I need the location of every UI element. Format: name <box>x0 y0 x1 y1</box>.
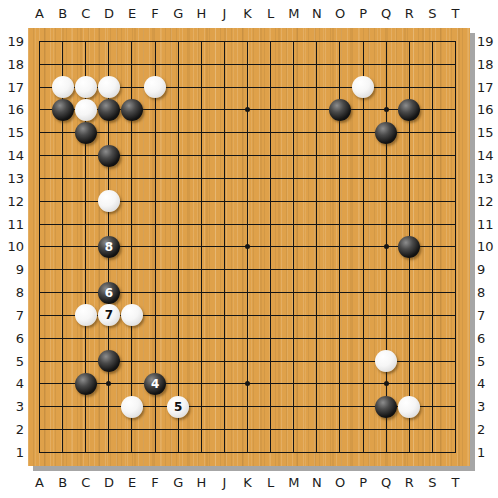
intersection-L19[interactable] <box>259 30 282 53</box>
intersection-D18[interactable] <box>97 53 120 76</box>
intersection-E16[interactable] <box>120 98 143 121</box>
intersection-H4[interactable] <box>190 372 213 395</box>
intersection-C4[interactable] <box>74 372 97 395</box>
intersection-R15[interactable] <box>398 121 421 144</box>
intersection-F9[interactable] <box>144 258 167 281</box>
intersection-G11[interactable] <box>167 213 190 236</box>
intersection-G16[interactable] <box>167 98 190 121</box>
intersection-Q16[interactable] <box>375 98 398 121</box>
intersection-S5[interactable] <box>421 350 444 373</box>
intersection-F1[interactable] <box>144 441 167 464</box>
intersection-Q3[interactable] <box>375 395 398 418</box>
intersection-Q2[interactable] <box>375 418 398 441</box>
intersection-L10[interactable] <box>259 235 282 258</box>
intersection-K8[interactable] <box>236 281 259 304</box>
intersection-O10[interactable] <box>328 235 351 258</box>
intersection-Q1[interactable] <box>375 441 398 464</box>
intersection-E17[interactable] <box>120 76 143 99</box>
intersection-S13[interactable] <box>421 167 444 190</box>
intersection-G8[interactable] <box>167 281 190 304</box>
intersection-O11[interactable] <box>328 213 351 236</box>
intersection-A19[interactable] <box>28 30 51 53</box>
intersection-N14[interactable] <box>305 144 328 167</box>
intersection-N1[interactable] <box>305 441 328 464</box>
intersection-D5[interactable] <box>97 350 120 373</box>
intersection-N12[interactable] <box>305 190 328 213</box>
intersection-C11[interactable] <box>74 213 97 236</box>
intersection-O12[interactable] <box>328 190 351 213</box>
intersection-M19[interactable] <box>282 30 305 53</box>
intersection-D3[interactable] <box>97 395 120 418</box>
intersection-N5[interactable] <box>305 350 328 373</box>
intersection-T4[interactable] <box>444 372 467 395</box>
intersection-P6[interactable] <box>352 327 375 350</box>
intersection-H8[interactable] <box>190 281 213 304</box>
intersection-J17[interactable] <box>213 76 236 99</box>
intersection-K1[interactable] <box>236 441 259 464</box>
intersection-T11[interactable] <box>444 213 467 236</box>
intersection-K15[interactable] <box>236 121 259 144</box>
intersection-J14[interactable] <box>213 144 236 167</box>
intersection-A8[interactable] <box>28 281 51 304</box>
intersection-Q14[interactable] <box>375 144 398 167</box>
intersection-B7[interactable] <box>51 304 74 327</box>
intersection-O6[interactable] <box>328 327 351 350</box>
intersection-B9[interactable] <box>51 258 74 281</box>
intersection-L9[interactable] <box>259 258 282 281</box>
intersection-M16[interactable] <box>282 98 305 121</box>
intersection-D1[interactable] <box>97 441 120 464</box>
intersection-R17[interactable] <box>398 76 421 99</box>
intersection-Q7[interactable] <box>375 304 398 327</box>
intersection-T14[interactable] <box>444 144 467 167</box>
intersection-K19[interactable] <box>236 30 259 53</box>
intersection-H6[interactable] <box>190 327 213 350</box>
intersection-Q11[interactable] <box>375 213 398 236</box>
intersection-N19[interactable] <box>305 30 328 53</box>
intersection-O19[interactable] <box>328 30 351 53</box>
intersection-H5[interactable] <box>190 350 213 373</box>
intersection-L5[interactable] <box>259 350 282 373</box>
intersection-O18[interactable] <box>328 53 351 76</box>
intersection-R2[interactable] <box>398 418 421 441</box>
intersection-S1[interactable] <box>421 441 444 464</box>
intersection-M14[interactable] <box>282 144 305 167</box>
intersection-G6[interactable] <box>167 327 190 350</box>
intersection-M13[interactable] <box>282 167 305 190</box>
intersection-E5[interactable] <box>120 350 143 373</box>
intersection-Q8[interactable] <box>375 281 398 304</box>
intersection-B4[interactable] <box>51 372 74 395</box>
intersection-T15[interactable] <box>444 121 467 144</box>
intersection-O14[interactable] <box>328 144 351 167</box>
intersection-E18[interactable] <box>120 53 143 76</box>
intersection-S3[interactable] <box>421 395 444 418</box>
intersection-A9[interactable] <box>28 258 51 281</box>
intersection-O5[interactable] <box>328 350 351 373</box>
intersection-T13[interactable] <box>444 167 467 190</box>
intersection-F6[interactable] <box>144 327 167 350</box>
intersection-T8[interactable] <box>444 281 467 304</box>
intersection-A3[interactable] <box>28 395 51 418</box>
intersection-B16[interactable] <box>51 98 74 121</box>
intersection-F12[interactable] <box>144 190 167 213</box>
intersection-K18[interactable] <box>236 53 259 76</box>
intersection-K7[interactable] <box>236 304 259 327</box>
intersection-B12[interactable] <box>51 190 74 213</box>
intersection-N4[interactable] <box>305 372 328 395</box>
intersection-H14[interactable] <box>190 144 213 167</box>
intersection-L18[interactable] <box>259 53 282 76</box>
intersection-E8[interactable] <box>120 281 143 304</box>
intersection-F13[interactable] <box>144 167 167 190</box>
intersection-B18[interactable] <box>51 53 74 76</box>
intersection-J2[interactable] <box>213 418 236 441</box>
intersection-E7[interactable] <box>120 304 143 327</box>
intersection-E3[interactable] <box>120 395 143 418</box>
intersection-D10[interactable]: 8 <box>97 235 120 258</box>
intersection-J19[interactable] <box>213 30 236 53</box>
intersection-R11[interactable] <box>398 213 421 236</box>
intersection-M8[interactable] <box>282 281 305 304</box>
intersection-J12[interactable] <box>213 190 236 213</box>
intersection-H13[interactable] <box>190 167 213 190</box>
intersection-P4[interactable] <box>352 372 375 395</box>
intersection-H19[interactable] <box>190 30 213 53</box>
intersection-T5[interactable] <box>444 350 467 373</box>
intersection-A15[interactable] <box>28 121 51 144</box>
intersection-N13[interactable] <box>305 167 328 190</box>
intersection-N6[interactable] <box>305 327 328 350</box>
intersection-Q6[interactable] <box>375 327 398 350</box>
intersection-G4[interactable] <box>167 372 190 395</box>
intersection-D14[interactable] <box>97 144 120 167</box>
intersection-S10[interactable] <box>421 235 444 258</box>
intersection-G18[interactable] <box>167 53 190 76</box>
intersection-R8[interactable] <box>398 281 421 304</box>
intersection-B5[interactable] <box>51 350 74 373</box>
intersection-L7[interactable] <box>259 304 282 327</box>
intersection-F3[interactable] <box>144 395 167 418</box>
intersection-J7[interactable] <box>213 304 236 327</box>
intersection-D11[interactable] <box>97 213 120 236</box>
intersection-Q19[interactable] <box>375 30 398 53</box>
intersection-M6[interactable] <box>282 327 305 350</box>
intersection-L2[interactable] <box>259 418 282 441</box>
intersection-S8[interactable] <box>421 281 444 304</box>
intersection-R12[interactable] <box>398 190 421 213</box>
intersection-D4[interactable] <box>97 372 120 395</box>
intersection-C9[interactable] <box>74 258 97 281</box>
intersection-G2[interactable] <box>167 418 190 441</box>
intersection-T6[interactable] <box>444 327 467 350</box>
intersection-H15[interactable] <box>190 121 213 144</box>
intersection-C16[interactable] <box>74 98 97 121</box>
intersection-F10[interactable] <box>144 235 167 258</box>
intersection-S18[interactable] <box>421 53 444 76</box>
intersection-C17[interactable] <box>74 76 97 99</box>
intersection-T7[interactable] <box>444 304 467 327</box>
intersection-P8[interactable] <box>352 281 375 304</box>
intersection-C5[interactable] <box>74 350 97 373</box>
intersection-H7[interactable] <box>190 304 213 327</box>
intersection-K14[interactable] <box>236 144 259 167</box>
intersection-K10[interactable] <box>236 235 259 258</box>
intersection-N9[interactable] <box>305 258 328 281</box>
intersection-R18[interactable] <box>398 53 421 76</box>
intersection-B2[interactable] <box>51 418 74 441</box>
intersection-G14[interactable] <box>167 144 190 167</box>
intersection-Q5[interactable] <box>375 350 398 373</box>
intersection-P17[interactable] <box>352 76 375 99</box>
intersection-B8[interactable] <box>51 281 74 304</box>
intersection-Q10[interactable] <box>375 235 398 258</box>
intersection-E4[interactable] <box>120 372 143 395</box>
intersection-M2[interactable] <box>282 418 305 441</box>
intersection-P9[interactable] <box>352 258 375 281</box>
intersection-T9[interactable] <box>444 258 467 281</box>
intersection-G9[interactable] <box>167 258 190 281</box>
intersection-E9[interactable] <box>120 258 143 281</box>
intersection-M11[interactable] <box>282 213 305 236</box>
intersection-T3[interactable] <box>444 395 467 418</box>
intersection-A10[interactable] <box>28 235 51 258</box>
intersection-C14[interactable] <box>74 144 97 167</box>
intersection-H9[interactable] <box>190 258 213 281</box>
intersection-J13[interactable] <box>213 167 236 190</box>
intersection-M7[interactable] <box>282 304 305 327</box>
intersection-R3[interactable] <box>398 395 421 418</box>
intersection-H16[interactable] <box>190 98 213 121</box>
intersection-D12[interactable] <box>97 190 120 213</box>
intersection-L6[interactable] <box>259 327 282 350</box>
intersection-K13[interactable] <box>236 167 259 190</box>
intersection-D19[interactable] <box>97 30 120 53</box>
intersection-T19[interactable] <box>444 30 467 53</box>
intersection-N15[interactable] <box>305 121 328 144</box>
intersection-L13[interactable] <box>259 167 282 190</box>
intersection-G15[interactable] <box>167 121 190 144</box>
intersection-N17[interactable] <box>305 76 328 99</box>
intersection-P16[interactable] <box>352 98 375 121</box>
intersection-P10[interactable] <box>352 235 375 258</box>
intersection-M10[interactable] <box>282 235 305 258</box>
intersection-E11[interactable] <box>120 213 143 236</box>
intersection-S9[interactable] <box>421 258 444 281</box>
intersection-J8[interactable] <box>213 281 236 304</box>
intersection-B3[interactable] <box>51 395 74 418</box>
intersection-H2[interactable] <box>190 418 213 441</box>
intersection-B15[interactable] <box>51 121 74 144</box>
intersection-J18[interactable] <box>213 53 236 76</box>
intersection-S19[interactable] <box>421 30 444 53</box>
intersection-R10[interactable] <box>398 235 421 258</box>
intersection-H17[interactable] <box>190 76 213 99</box>
intersection-C8[interactable] <box>74 281 97 304</box>
intersection-C15[interactable] <box>74 121 97 144</box>
intersection-K16[interactable] <box>236 98 259 121</box>
intersection-N10[interactable] <box>305 235 328 258</box>
intersection-B1[interactable] <box>51 441 74 464</box>
intersection-M17[interactable] <box>282 76 305 99</box>
intersection-J5[interactable] <box>213 350 236 373</box>
intersection-D6[interactable] <box>97 327 120 350</box>
intersection-F8[interactable] <box>144 281 167 304</box>
intersection-F4[interactable]: 4 <box>144 372 167 395</box>
intersection-D15[interactable] <box>97 121 120 144</box>
intersection-G12[interactable] <box>167 190 190 213</box>
intersection-C1[interactable] <box>74 441 97 464</box>
intersection-D17[interactable] <box>97 76 120 99</box>
intersection-Q17[interactable] <box>375 76 398 99</box>
intersection-T10[interactable] <box>444 235 467 258</box>
intersection-E10[interactable] <box>120 235 143 258</box>
intersection-M18[interactable] <box>282 53 305 76</box>
intersection-E6[interactable] <box>120 327 143 350</box>
intersection-O15[interactable] <box>328 121 351 144</box>
intersection-O13[interactable] <box>328 167 351 190</box>
intersection-M4[interactable] <box>282 372 305 395</box>
intersection-G7[interactable] <box>167 304 190 327</box>
intersection-N2[interactable] <box>305 418 328 441</box>
intersection-A11[interactable] <box>28 213 51 236</box>
intersection-O2[interactable] <box>328 418 351 441</box>
intersection-S14[interactable] <box>421 144 444 167</box>
intersection-N18[interactable] <box>305 53 328 76</box>
intersection-K2[interactable] <box>236 418 259 441</box>
intersection-R14[interactable] <box>398 144 421 167</box>
intersection-F17[interactable] <box>144 76 167 99</box>
intersection-A13[interactable] <box>28 167 51 190</box>
intersection-C13[interactable] <box>74 167 97 190</box>
intersection-G3[interactable]: 5 <box>167 395 190 418</box>
intersection-P11[interactable] <box>352 213 375 236</box>
intersection-C10[interactable] <box>74 235 97 258</box>
intersection-M12[interactable] <box>282 190 305 213</box>
intersection-B11[interactable] <box>51 213 74 236</box>
intersection-P12[interactable] <box>352 190 375 213</box>
intersection-S4[interactable] <box>421 372 444 395</box>
intersection-O3[interactable] <box>328 395 351 418</box>
intersection-C7[interactable] <box>74 304 97 327</box>
intersection-O17[interactable] <box>328 76 351 99</box>
intersection-R4[interactable] <box>398 372 421 395</box>
intersection-K9[interactable] <box>236 258 259 281</box>
intersection-T18[interactable] <box>444 53 467 76</box>
intersection-Q15[interactable] <box>375 121 398 144</box>
intersection-T16[interactable] <box>444 98 467 121</box>
intersection-J6[interactable] <box>213 327 236 350</box>
intersection-F18[interactable] <box>144 53 167 76</box>
intersection-F19[interactable] <box>144 30 167 53</box>
intersection-O16[interactable] <box>328 98 351 121</box>
intersection-T12[interactable] <box>444 190 467 213</box>
intersection-Q4[interactable] <box>375 372 398 395</box>
intersection-P2[interactable] <box>352 418 375 441</box>
intersection-S12[interactable] <box>421 190 444 213</box>
intersection-A18[interactable] <box>28 53 51 76</box>
intersection-E2[interactable] <box>120 418 143 441</box>
intersection-D13[interactable] <box>97 167 120 190</box>
intersection-E12[interactable] <box>120 190 143 213</box>
intersection-M5[interactable] <box>282 350 305 373</box>
intersection-E19[interactable] <box>120 30 143 53</box>
intersection-K5[interactable] <box>236 350 259 373</box>
intersection-J10[interactable] <box>213 235 236 258</box>
intersection-K6[interactable] <box>236 327 259 350</box>
intersection-M3[interactable] <box>282 395 305 418</box>
intersection-Q13[interactable] <box>375 167 398 190</box>
intersection-G1[interactable] <box>167 441 190 464</box>
intersection-A17[interactable] <box>28 76 51 99</box>
intersection-R9[interactable] <box>398 258 421 281</box>
intersection-L17[interactable] <box>259 76 282 99</box>
intersection-C3[interactable] <box>74 395 97 418</box>
intersection-H1[interactable] <box>190 441 213 464</box>
intersection-L1[interactable] <box>259 441 282 464</box>
intersection-L8[interactable] <box>259 281 282 304</box>
intersection-A1[interactable] <box>28 441 51 464</box>
intersection-A2[interactable] <box>28 418 51 441</box>
intersection-J11[interactable] <box>213 213 236 236</box>
intersection-A16[interactable] <box>28 98 51 121</box>
intersection-H10[interactable] <box>190 235 213 258</box>
intersection-D2[interactable] <box>97 418 120 441</box>
intersection-P14[interactable] <box>352 144 375 167</box>
intersection-R7[interactable] <box>398 304 421 327</box>
intersection-O4[interactable] <box>328 372 351 395</box>
intersection-S2[interactable] <box>421 418 444 441</box>
intersection-G17[interactable] <box>167 76 190 99</box>
intersection-L15[interactable] <box>259 121 282 144</box>
intersection-H3[interactable] <box>190 395 213 418</box>
intersection-A6[interactable] <box>28 327 51 350</box>
intersection-K12[interactable] <box>236 190 259 213</box>
intersection-E14[interactable] <box>120 144 143 167</box>
intersection-H18[interactable] <box>190 53 213 76</box>
intersection-F11[interactable] <box>144 213 167 236</box>
intersection-K3[interactable] <box>236 395 259 418</box>
intersection-C6[interactable] <box>74 327 97 350</box>
intersection-O7[interactable] <box>328 304 351 327</box>
intersection-L11[interactable] <box>259 213 282 236</box>
intersection-J4[interactable] <box>213 372 236 395</box>
intersection-S16[interactable] <box>421 98 444 121</box>
intersection-O1[interactable] <box>328 441 351 464</box>
intersection-B13[interactable] <box>51 167 74 190</box>
intersection-P18[interactable] <box>352 53 375 76</box>
intersection-P15[interactable] <box>352 121 375 144</box>
intersection-N3[interactable] <box>305 395 328 418</box>
intersection-J9[interactable] <box>213 258 236 281</box>
intersection-J3[interactable] <box>213 395 236 418</box>
intersection-T1[interactable] <box>444 441 467 464</box>
intersection-E13[interactable] <box>120 167 143 190</box>
intersection-E1[interactable] <box>120 441 143 464</box>
intersection-L16[interactable] <box>259 98 282 121</box>
intersection-A5[interactable] <box>28 350 51 373</box>
intersection-O8[interactable] <box>328 281 351 304</box>
intersection-B17[interactable] <box>51 76 74 99</box>
intersection-T17[interactable] <box>444 76 467 99</box>
intersection-M15[interactable] <box>282 121 305 144</box>
intersection-Q9[interactable] <box>375 258 398 281</box>
intersection-E15[interactable] <box>120 121 143 144</box>
intersection-Q18[interactable] <box>375 53 398 76</box>
intersection-J15[interactable] <box>213 121 236 144</box>
intersection-L3[interactable] <box>259 395 282 418</box>
intersection-B6[interactable] <box>51 327 74 350</box>
